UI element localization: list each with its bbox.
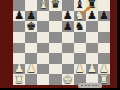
square-c7[interactable] [37, 11, 49, 22]
black-pawn-g7[interactable]: ♟ [86, 11, 98, 22]
square-c1[interactable] [37, 74, 49, 85]
square-a4[interactable] [13, 43, 25, 54]
black-queen-d8[interactable]: ♛ [49, 0, 61, 11]
white-pawn-g2[interactable]: ♟ [86, 64, 98, 75]
square-h5[interactable] [98, 32, 110, 43]
square-h4[interactable] [98, 43, 110, 54]
square-c6[interactable] [37, 21, 49, 32]
square-a6[interactable] [13, 21, 25, 32]
square-e1[interactable]: ♚ [62, 74, 74, 85]
square-b2[interactable]: ♟ [25, 64, 37, 75]
white-pawn-f2[interactable]: ♟ [74, 64, 86, 75]
square-h6[interactable] [98, 21, 110, 32]
video-frame: ♝♛♝♜♟♟♟♞♟♟♚♟♞♟♟♟♟♟♜♚♜ [0, 0, 120, 90]
square-d4[interactable] [49, 43, 61, 54]
square-e5[interactable] [62, 32, 74, 43]
square-g7[interactable]: ♟ [86, 11, 98, 22]
square-d6[interactable] [49, 21, 61, 32]
square-d3[interactable] [49, 53, 61, 64]
watermark-text-blur [81, 85, 99, 87]
square-g2[interactable]: ♟ [86, 64, 98, 75]
square-e6[interactable]: ♟ [62, 21, 74, 32]
square-c8[interactable]: ♝ [37, 0, 49, 11]
square-d7[interactable] [49, 11, 61, 22]
black-king-b6[interactable]: ♚ [25, 21, 37, 32]
square-g4[interactable] [86, 43, 98, 54]
square-g5[interactable] [86, 32, 98, 43]
square-f5[interactable] [74, 32, 86, 43]
square-f2[interactable]: ♟ [74, 64, 86, 75]
square-c3[interactable] [37, 53, 49, 64]
black-pawn-h7[interactable]: ♟ [98, 11, 110, 22]
square-c5[interactable] [37, 32, 49, 43]
black-pawn-e6[interactable]: ♟ [62, 21, 74, 32]
square-b1[interactable] [25, 74, 37, 85]
black-pawn-a7[interactable]: ♟ [13, 11, 25, 22]
square-c2[interactable] [37, 64, 49, 75]
square-c4[interactable] [37, 43, 49, 54]
white-king-e1[interactable]: ♚ [62, 74, 74, 85]
square-d5[interactable] [49, 32, 61, 43]
square-e3[interactable] [62, 53, 74, 64]
square-g6[interactable] [86, 21, 98, 32]
chess-board: ♝♛♝♜♟♟♟♞♟♟♚♟♞♟♟♟♟♟♜♚♜ [13, 0, 110, 85]
watermark-pill [78, 83, 102, 88]
square-a1[interactable]: ♜ [13, 74, 25, 85]
square-d8[interactable]: ♛ [49, 0, 61, 11]
square-f4[interactable] [74, 43, 86, 54]
white-pawn-b2[interactable]: ♟ [25, 64, 37, 75]
square-b5[interactable] [25, 32, 37, 43]
white-bishop-c8[interactable]: ♝ [37, 0, 49, 11]
square-d2[interactable] [49, 64, 61, 75]
square-e4[interactable] [62, 43, 74, 54]
square-b4[interactable] [25, 43, 37, 54]
square-b6[interactable]: ♚ [25, 21, 37, 32]
square-d1[interactable] [49, 74, 61, 85]
square-h7[interactable]: ♟ [98, 11, 110, 22]
square-a5[interactable] [13, 32, 25, 43]
square-a7[interactable]: ♟ [13, 11, 25, 22]
square-f6[interactable]: ♞ [74, 21, 86, 32]
white-rook-a1[interactable]: ♜ [13, 74, 25, 85]
black-knight-f6[interactable]: ♞ [74, 21, 86, 32]
